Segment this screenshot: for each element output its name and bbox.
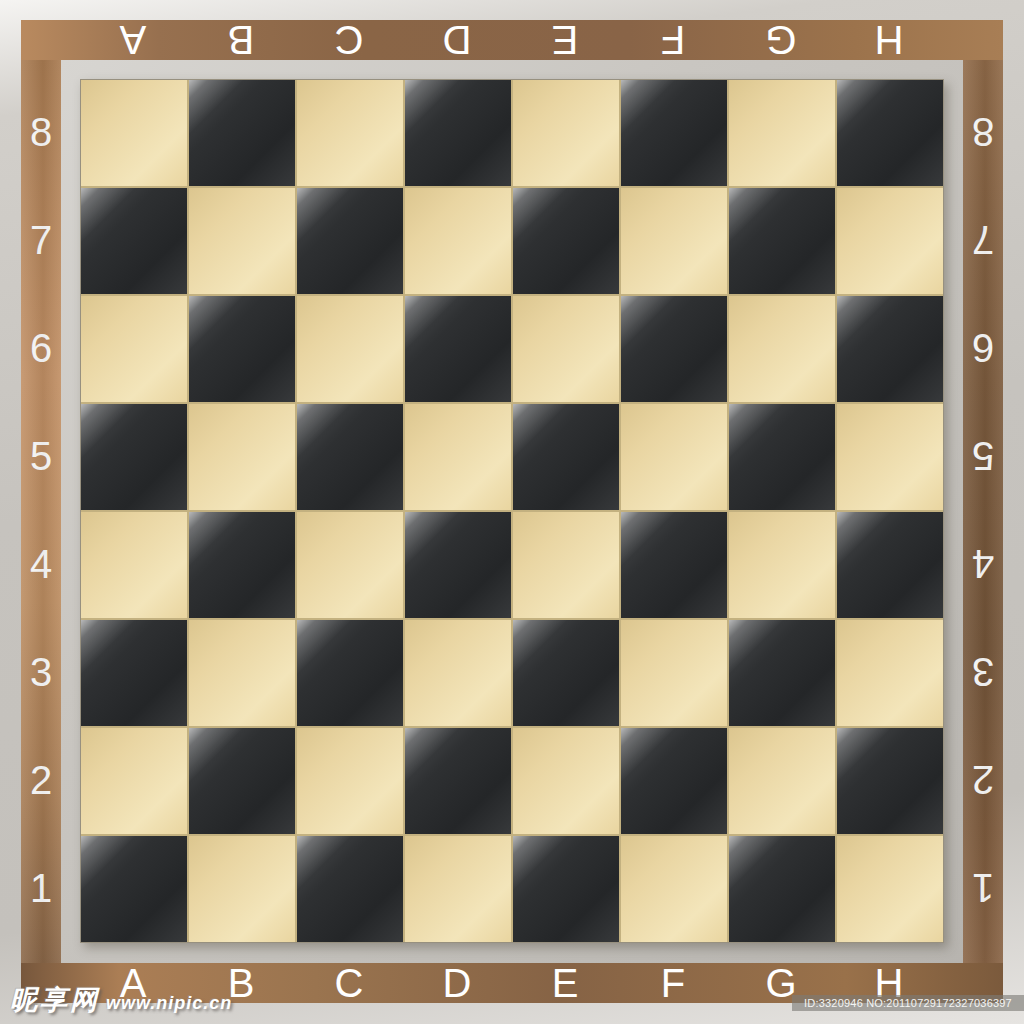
file-label-top-d: D: [443, 20, 472, 60]
square-g8[interactable]: [729, 80, 835, 186]
frame-right-bar-rank-labels: 87654321: [963, 60, 1003, 963]
square-b1[interactable]: [189, 836, 295, 942]
rank-label-left-8: 8: [30, 112, 52, 152]
square-e1[interactable]: [513, 836, 619, 942]
square-e7[interactable]: [513, 188, 619, 294]
square-g2[interactable]: [729, 728, 835, 834]
rank-label-right-7: 7: [972, 220, 994, 260]
square-f4[interactable]: [621, 512, 727, 618]
square-h8[interactable]: [837, 80, 943, 186]
square-e3[interactable]: [513, 620, 619, 726]
frame-left-bar-rank-labels: 87654321: [21, 60, 61, 963]
square-f1[interactable]: [621, 836, 727, 942]
square-b5[interactable]: [189, 404, 295, 510]
rank-label-left-4: 4: [30, 544, 52, 584]
square-g1[interactable]: [729, 836, 835, 942]
square-f7[interactable]: [621, 188, 727, 294]
square-h4[interactable]: [837, 512, 943, 618]
rank-label-left-7: 7: [30, 220, 52, 260]
square-a4[interactable]: [81, 512, 187, 618]
square-c1[interactable]: [297, 836, 403, 942]
square-g6[interactable]: [729, 296, 835, 402]
rank-label-left-5: 5: [30, 436, 52, 476]
square-e4[interactable]: [513, 512, 619, 618]
rank-label-right-2: 2: [972, 760, 994, 800]
square-c2[interactable]: [297, 728, 403, 834]
square-c8[interactable]: [297, 80, 403, 186]
artboard: ABCDEFGH ABCDEFGH 87654321 87654321 昵享网w…: [0, 0, 1024, 1024]
rank-label-left-6: 6: [30, 328, 52, 368]
square-h1[interactable]: [837, 836, 943, 942]
file-label-top-b: B: [228, 20, 255, 60]
chessboard: [80, 79, 944, 943]
rank-label-right-4: 4: [972, 544, 994, 584]
silver-mat: [61, 60, 963, 963]
rank-label-right-5: 5: [972, 436, 994, 476]
file-label-top-h: H: [875, 20, 904, 60]
rank-label-left-1: 1: [30, 868, 52, 908]
watermark-nipic: 昵享网www.nipic.cn: [10, 982, 232, 1018]
rank-label-right-8: 8: [972, 112, 994, 152]
square-a7[interactable]: [81, 188, 187, 294]
square-a6[interactable]: [81, 296, 187, 402]
square-b2[interactable]: [189, 728, 295, 834]
square-h5[interactable]: [837, 404, 943, 510]
file-label-bottom-d: D: [443, 963, 472, 1003]
file-label-top-e: E: [552, 20, 579, 60]
square-d4[interactable]: [405, 512, 511, 618]
square-a1[interactable]: [81, 836, 187, 942]
rank-label-right-3: 3: [972, 652, 994, 692]
file-label-bottom-f: F: [661, 963, 685, 1003]
square-g4[interactable]: [729, 512, 835, 618]
square-e2[interactable]: [513, 728, 619, 834]
square-d5[interactable]: [405, 404, 511, 510]
square-d7[interactable]: [405, 188, 511, 294]
square-b8[interactable]: [189, 80, 295, 186]
square-f6[interactable]: [621, 296, 727, 402]
square-f8[interactable]: [621, 80, 727, 186]
square-f3[interactable]: [621, 620, 727, 726]
square-g3[interactable]: [729, 620, 835, 726]
square-a2[interactable]: [81, 728, 187, 834]
rank-label-left-2: 2: [30, 760, 52, 800]
square-c6[interactable]: [297, 296, 403, 402]
watermark-id-badge: ID:3320946 NO:20110729172327036397: [792, 995, 1024, 1011]
square-d1[interactable]: [405, 836, 511, 942]
square-b3[interactable]: [189, 620, 295, 726]
square-e5[interactable]: [513, 404, 619, 510]
square-c7[interactable]: [297, 188, 403, 294]
file-label-bottom-e: E: [552, 963, 579, 1003]
square-d8[interactable]: [405, 80, 511, 186]
watermark-site-url: www.nipic.cn: [106, 993, 232, 1013]
square-a3[interactable]: [81, 620, 187, 726]
square-b6[interactable]: [189, 296, 295, 402]
rank-label-right-1: 1: [972, 868, 994, 908]
square-c5[interactable]: [297, 404, 403, 510]
square-b7[interactable]: [189, 188, 295, 294]
square-c3[interactable]: [297, 620, 403, 726]
file-label-top-a: A: [120, 20, 147, 60]
square-h2[interactable]: [837, 728, 943, 834]
file-label-top-c: C: [335, 20, 364, 60]
rank-label-left-3: 3: [30, 652, 52, 692]
square-d3[interactable]: [405, 620, 511, 726]
square-h3[interactable]: [837, 620, 943, 726]
square-d2[interactable]: [405, 728, 511, 834]
watermark-site-name: 昵享网: [10, 984, 100, 1015]
file-label-top-f: F: [661, 20, 685, 60]
square-e8[interactable]: [513, 80, 619, 186]
frame-top-bar-file-labels: ABCDEFGH: [21, 20, 1003, 60]
square-g5[interactable]: [729, 404, 835, 510]
file-label-top-g: G: [765, 20, 796, 60]
square-a5[interactable]: [81, 404, 187, 510]
board-frame: ABCDEFGH ABCDEFGH 87654321 87654321: [21, 20, 1003, 1003]
square-d6[interactable]: [405, 296, 511, 402]
square-c4[interactable]: [297, 512, 403, 618]
file-label-bottom-c: C: [335, 963, 364, 1003]
square-f5[interactable]: [621, 404, 727, 510]
square-g7[interactable]: [729, 188, 835, 294]
square-e6[interactable]: [513, 296, 619, 402]
square-a8[interactable]: [81, 80, 187, 186]
square-h7[interactable]: [837, 188, 943, 294]
square-h6[interactable]: [837, 296, 943, 402]
rank-label-right-6: 6: [972, 328, 994, 368]
square-b4[interactable]: [189, 512, 295, 618]
square-f2[interactable]: [621, 728, 727, 834]
